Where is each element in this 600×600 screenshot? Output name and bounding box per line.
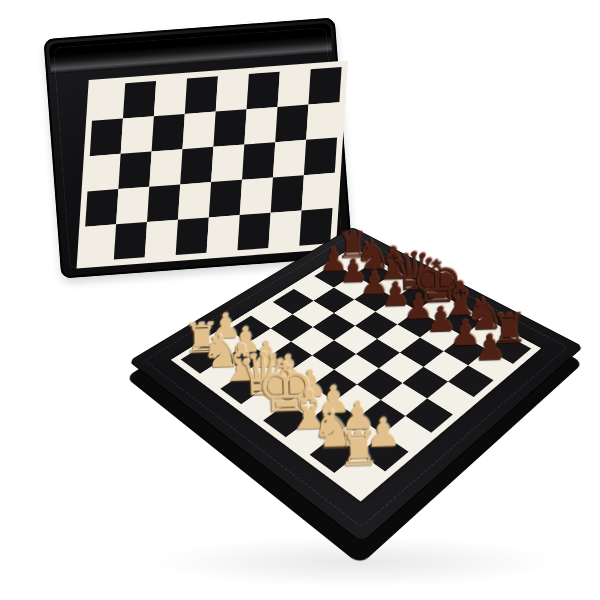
case-square xyxy=(308,67,341,105)
case-square xyxy=(275,105,308,143)
case-square xyxy=(92,83,125,121)
case-square xyxy=(242,142,275,180)
case-square xyxy=(244,107,277,145)
case-square xyxy=(178,182,211,220)
case-square xyxy=(211,145,244,183)
case-square xyxy=(271,175,304,213)
case-square xyxy=(273,140,306,178)
square-b1: ♞ xyxy=(200,358,245,389)
case-square xyxy=(123,81,156,119)
case-square xyxy=(268,210,301,248)
case-square xyxy=(118,151,151,189)
case-square xyxy=(176,217,209,255)
case-square xyxy=(116,187,149,225)
case-square xyxy=(207,215,240,253)
case-square xyxy=(278,69,311,107)
case-square xyxy=(83,224,116,262)
case-square xyxy=(216,74,249,112)
case-square xyxy=(306,102,339,140)
case-square xyxy=(209,180,242,218)
case-square xyxy=(87,154,120,192)
flat-board: ♜♞♝♛♚♝♞♜♟♟♟♟♟♟♟♟♟♟♟♟♟♟♟♟♜♞♝♛♚♝♞♜ xyxy=(128,227,583,544)
case-square xyxy=(183,112,216,150)
case-square xyxy=(154,79,187,117)
case-square xyxy=(247,72,280,110)
case-checker-panel xyxy=(77,61,348,269)
case-square xyxy=(147,184,180,222)
case-square xyxy=(121,116,154,154)
case-square xyxy=(185,76,218,114)
case-square xyxy=(302,173,335,211)
case-square xyxy=(149,149,182,187)
case-square xyxy=(90,119,123,157)
case-square xyxy=(213,109,246,147)
case-square xyxy=(145,220,178,258)
case-square xyxy=(85,189,118,227)
folding-case xyxy=(43,17,352,278)
case-square xyxy=(240,177,273,215)
square-h3 xyxy=(383,416,431,452)
case-square xyxy=(114,222,147,260)
case-square xyxy=(180,147,213,185)
case-checker-grid xyxy=(83,67,342,262)
case-square xyxy=(152,114,185,152)
square-c1: ♝ xyxy=(220,372,266,404)
square-d1: ♛ xyxy=(241,387,287,420)
case-square xyxy=(304,138,337,176)
case-square xyxy=(237,213,270,251)
board-surface: ♜♞♝♛♚♝♞♜♟♟♟♟♟♟♟♟♟♟♟♟♟♟♟♟♜♞♝♛♚♝♞♜ xyxy=(171,247,541,501)
